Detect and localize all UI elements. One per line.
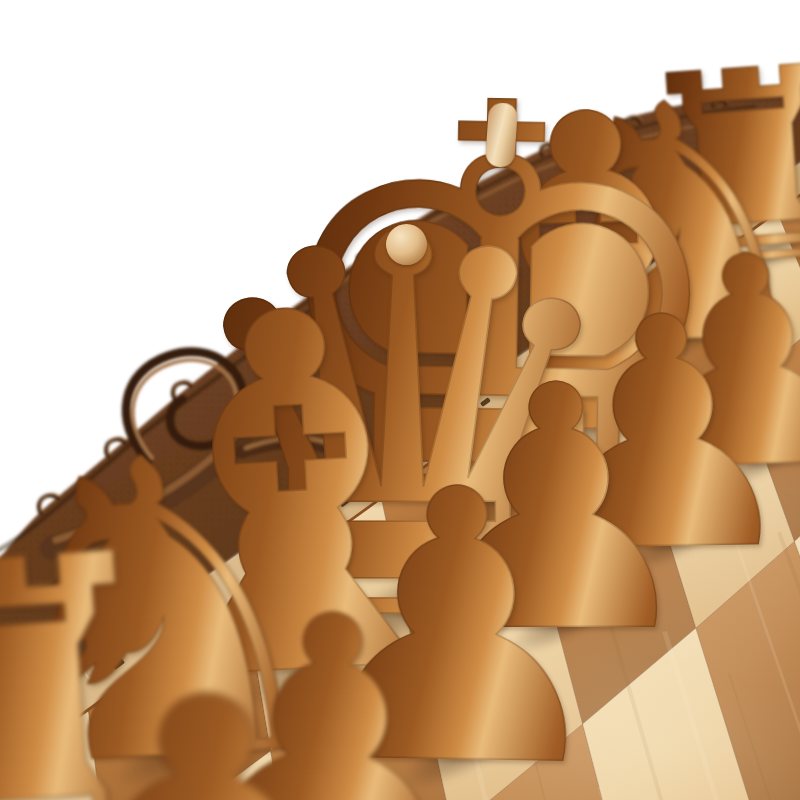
chess-set-photo: ՑՑ ♜♞♝♟♚♟♛♟♝♞♟♜♟♟	[0, 0, 800, 800]
carved-chessboard: ՑՑ	[0, 0, 800, 800]
